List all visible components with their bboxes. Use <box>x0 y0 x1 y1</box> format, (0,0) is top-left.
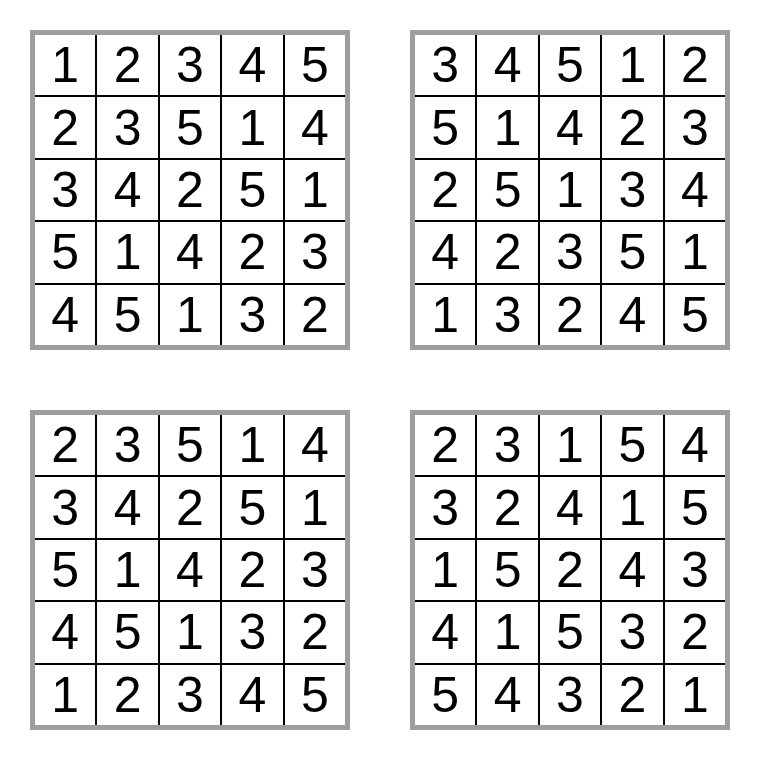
cell-top-right-r5c5: 5 <box>665 285 725 345</box>
cell-top-left-r4c1: 5 <box>35 222 95 282</box>
cell-top-right-r4c3: 3 <box>540 222 600 282</box>
cell-bottom-left-r4c1: 4 <box>35 602 95 662</box>
cell-bottom-left-r4c4: 3 <box>222 602 282 662</box>
cell-top-left-r3c1: 3 <box>35 160 95 220</box>
cell-bottom-left-r2c5: 1 <box>285 477 345 537</box>
cell-bottom-right-r2c1: 3 <box>415 477 475 537</box>
cell-top-left-r4c2: 1 <box>97 222 157 282</box>
cell-bottom-left-r1c3: 5 <box>160 415 220 475</box>
cell-top-right-r1c5: 2 <box>665 35 725 95</box>
cell-top-left-r2c2: 3 <box>97 97 157 157</box>
cell-bottom-left-r2c4: 5 <box>222 477 282 537</box>
cell-bottom-left-r1c4: 1 <box>222 415 282 475</box>
cell-bottom-right-r5c1: 5 <box>415 665 475 725</box>
cell-bottom-left-r2c1: 3 <box>35 477 95 537</box>
cell-bottom-right-r4c1: 4 <box>415 602 475 662</box>
cell-top-left-r5c3: 1 <box>160 285 220 345</box>
cell-bottom-right-r3c5: 3 <box>665 540 725 600</box>
cell-top-right-r1c2: 4 <box>477 35 537 95</box>
board-top-left: 1234523514342515142345132 <box>30 30 350 350</box>
cell-top-right-r5c4: 4 <box>602 285 662 345</box>
cell-bottom-right-r5c3: 3 <box>540 665 600 725</box>
cell-bottom-left-r5c4: 4 <box>222 665 282 725</box>
cell-bottom-right-r4c4: 3 <box>602 602 662 662</box>
cell-bottom-right-r2c5: 5 <box>665 477 725 537</box>
cell-bottom-right-r5c5: 1 <box>665 665 725 725</box>
cell-bottom-left-r3c5: 3 <box>285 540 345 600</box>
cell-top-right-r4c2: 2 <box>477 222 537 282</box>
cell-top-left-r1c4: 4 <box>222 35 282 95</box>
cell-bottom-left-r5c5: 5 <box>285 665 345 725</box>
board-top-right: 3451251423251344235113245 <box>410 30 730 350</box>
cell-top-left-r4c3: 4 <box>160 222 220 282</box>
cell-bottom-right-r4c2: 1 <box>477 602 537 662</box>
cell-top-right-r3c5: 4 <box>665 160 725 220</box>
cell-top-right-r5c3: 2 <box>540 285 600 345</box>
cell-bottom-right-r2c2: 2 <box>477 477 537 537</box>
cell-top-right-r4c4: 5 <box>602 222 662 282</box>
cell-bottom-right-r1c1: 2 <box>415 415 475 475</box>
board-bottom-right: 2315432415152434153254321 <box>410 410 730 730</box>
cell-bottom-left-r4c3: 1 <box>160 602 220 662</box>
cell-bottom-right-r3c3: 2 <box>540 540 600 600</box>
cell-bottom-right-r5c2: 4 <box>477 665 537 725</box>
cell-top-left-r2c5: 4 <box>285 97 345 157</box>
cell-top-right-r2c2: 1 <box>477 97 537 157</box>
cell-top-right-r2c3: 4 <box>540 97 600 157</box>
cell-bottom-right-r2c4: 1 <box>602 477 662 537</box>
cell-top-left-r3c4: 5 <box>222 160 282 220</box>
cell-top-left-r1c3: 3 <box>160 35 220 95</box>
cell-bottom-left-r4c2: 5 <box>97 602 157 662</box>
cell-top-left-r2c1: 2 <box>35 97 95 157</box>
cell-top-right-r4c5: 1 <box>665 222 725 282</box>
cell-top-left-r5c4: 3 <box>222 285 282 345</box>
cell-top-left-r1c5: 5 <box>285 35 345 95</box>
cell-bottom-right-r1c3: 1 <box>540 415 600 475</box>
cell-bottom-right-r1c5: 4 <box>665 415 725 475</box>
cell-top-right-r5c2: 3 <box>477 285 537 345</box>
cell-top-left-r2c4: 1 <box>222 97 282 157</box>
cell-top-right-r3c1: 2 <box>415 160 475 220</box>
cell-bottom-right-r3c2: 5 <box>477 540 537 600</box>
cell-top-left-r2c3: 5 <box>160 97 220 157</box>
cell-top-left-r4c5: 3 <box>285 222 345 282</box>
cell-top-left-r1c2: 2 <box>97 35 157 95</box>
cell-bottom-left-r4c5: 2 <box>285 602 345 662</box>
cell-bottom-left-r3c2: 1 <box>97 540 157 600</box>
puzzle-sheet: 1234523514342515142345132 34512514232513… <box>0 0 760 760</box>
cell-bottom-right-r1c4: 5 <box>602 415 662 475</box>
cell-top-right-r2c4: 2 <box>602 97 662 157</box>
cell-top-right-r3c3: 1 <box>540 160 600 220</box>
cell-top-left-r4c4: 2 <box>222 222 282 282</box>
cell-top-right-r3c2: 5 <box>477 160 537 220</box>
cell-bottom-right-r4c3: 5 <box>540 602 600 662</box>
cell-bottom-right-r2c3: 4 <box>540 477 600 537</box>
cell-top-right-r1c1: 3 <box>415 35 475 95</box>
cell-top-left-r3c3: 2 <box>160 160 220 220</box>
cell-top-left-r5c1: 4 <box>35 285 95 345</box>
cell-bottom-right-r5c4: 2 <box>602 665 662 725</box>
board-bottom-left: 2351434251514234513212345 <box>30 410 350 730</box>
cell-top-right-r3c4: 3 <box>602 160 662 220</box>
cell-top-left-r5c5: 2 <box>285 285 345 345</box>
cell-top-right-r1c3: 5 <box>540 35 600 95</box>
cell-bottom-left-r5c1: 1 <box>35 665 95 725</box>
cell-bottom-left-r3c3: 4 <box>160 540 220 600</box>
cell-bottom-left-r1c2: 3 <box>97 415 157 475</box>
cell-bottom-right-r1c2: 3 <box>477 415 537 475</box>
cell-bottom-left-r1c5: 4 <box>285 415 345 475</box>
cell-bottom-left-r2c2: 4 <box>97 477 157 537</box>
cell-bottom-right-r4c5: 2 <box>665 602 725 662</box>
cell-bottom-left-r3c1: 5 <box>35 540 95 600</box>
cell-bottom-left-r2c3: 2 <box>160 477 220 537</box>
cell-top-right-r2c1: 5 <box>415 97 475 157</box>
cell-bottom-left-r3c4: 2 <box>222 540 282 600</box>
cell-top-left-r3c2: 4 <box>97 160 157 220</box>
cell-top-right-r4c1: 4 <box>415 222 475 282</box>
cell-bottom-right-r3c4: 4 <box>602 540 662 600</box>
cell-top-left-r3c5: 1 <box>285 160 345 220</box>
cell-top-left-r5c2: 5 <box>97 285 157 345</box>
cell-top-left-r1c1: 1 <box>35 35 95 95</box>
cell-top-right-r1c4: 1 <box>602 35 662 95</box>
cell-top-right-r2c5: 3 <box>665 97 725 157</box>
cell-top-right-r5c1: 1 <box>415 285 475 345</box>
cell-bottom-left-r5c3: 3 <box>160 665 220 725</box>
cell-bottom-left-r1c1: 2 <box>35 415 95 475</box>
cell-bottom-left-r5c2: 2 <box>97 665 157 725</box>
cell-bottom-right-r3c1: 1 <box>415 540 475 600</box>
